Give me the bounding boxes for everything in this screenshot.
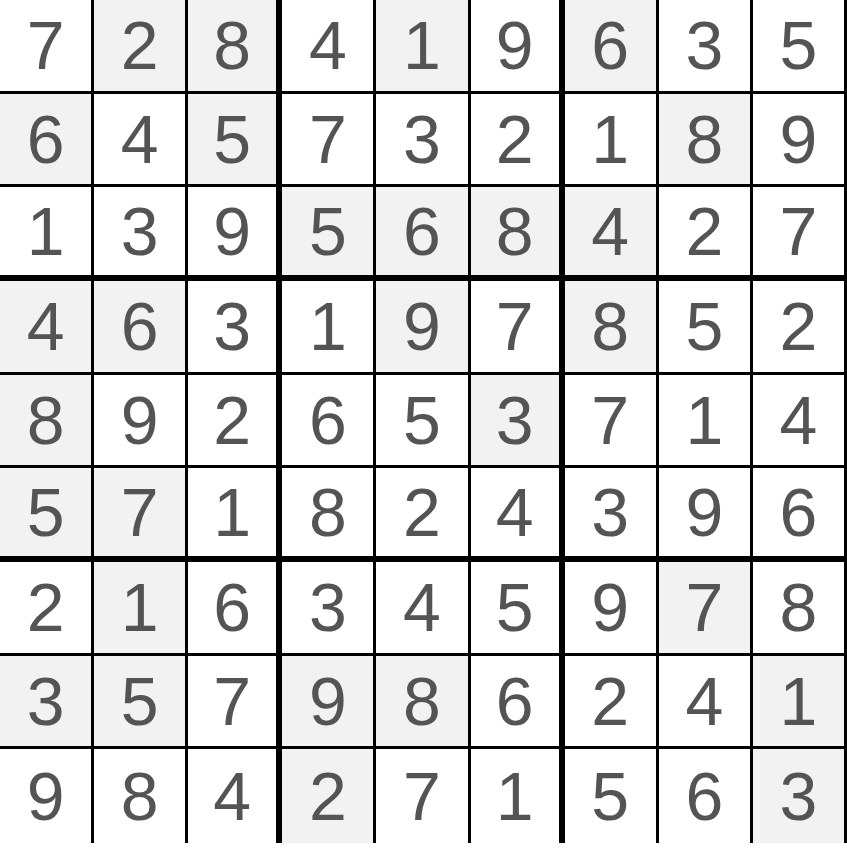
cell-r7c4[interactable]: 3	[282, 562, 376, 656]
cell-r8c2[interactable]: 5	[94, 656, 188, 750]
cell-r7c5[interactable]: 4	[376, 562, 470, 656]
cell-r4c1[interactable]: 4	[0, 281, 94, 375]
cell-r6c1[interactable]: 5	[0, 468, 94, 562]
cell-r5c8[interactable]: 1	[659, 375, 753, 469]
cell-r7c1[interactable]: 2	[0, 562, 94, 656]
cell-r1c5[interactable]: 1	[376, 0, 470, 94]
cell-r8c1[interactable]: 3	[0, 656, 94, 750]
cell-r2c9[interactable]: 9	[753, 94, 847, 188]
cell-r8c6[interactable]: 6	[471, 656, 565, 750]
cell-r3c5[interactable]: 6	[376, 187, 470, 281]
cell-r2c5[interactable]: 3	[376, 94, 470, 188]
cell-r7c9[interactable]: 8	[753, 562, 847, 656]
cell-r5c2[interactable]: 9	[94, 375, 188, 469]
cell-r7c3[interactable]: 6	[188, 562, 282, 656]
cell-r6c4[interactable]: 8	[282, 468, 376, 562]
cell-r2c8[interactable]: 8	[659, 94, 753, 188]
cell-r9c7[interactable]: 5	[565, 749, 659, 843]
cell-r4c3[interactable]: 3	[188, 281, 282, 375]
cell-r3c8[interactable]: 2	[659, 187, 753, 281]
cell-r4c4[interactable]: 1	[282, 281, 376, 375]
cell-r2c3[interactable]: 5	[188, 94, 282, 188]
cell-r2c7[interactable]: 1	[565, 94, 659, 188]
cell-r9c9[interactable]: 3	[753, 749, 847, 843]
cell-r6c7[interactable]: 3	[565, 468, 659, 562]
cell-r3c6[interactable]: 8	[471, 187, 565, 281]
cell-r3c2[interactable]: 3	[94, 187, 188, 281]
cell-r3c4[interactable]: 5	[282, 187, 376, 281]
cell-r4c2[interactable]: 6	[94, 281, 188, 375]
cell-r5c3[interactable]: 2	[188, 375, 282, 469]
cell-r5c9[interactable]: 4	[753, 375, 847, 469]
cell-r8c7[interactable]: 2	[565, 656, 659, 750]
cell-r1c3[interactable]: 8	[188, 0, 282, 94]
cell-r3c9[interactable]: 7	[753, 187, 847, 281]
cell-r4c5[interactable]: 9	[376, 281, 470, 375]
cell-r1c7[interactable]: 6	[565, 0, 659, 94]
cell-r3c3[interactable]: 9	[188, 187, 282, 281]
cell-r8c9[interactable]: 1	[753, 656, 847, 750]
cell-r4c9[interactable]: 2	[753, 281, 847, 375]
cell-r7c6[interactable]: 5	[471, 562, 565, 656]
cell-r4c8[interactable]: 5	[659, 281, 753, 375]
cell-r2c1[interactable]: 6	[0, 94, 94, 188]
cell-r7c8[interactable]: 7	[659, 562, 753, 656]
cell-r6c2[interactable]: 7	[94, 468, 188, 562]
cell-r5c5[interactable]: 5	[376, 375, 470, 469]
cell-r3c1[interactable]: 1	[0, 187, 94, 281]
cell-r5c7[interactable]: 7	[565, 375, 659, 469]
cell-r1c1[interactable]: 7	[0, 0, 94, 94]
cell-r7c7[interactable]: 9	[565, 562, 659, 656]
cell-r4c6[interactable]: 7	[471, 281, 565, 375]
cell-r2c2[interactable]: 4	[94, 94, 188, 188]
cell-r6c6[interactable]: 4	[471, 468, 565, 562]
cell-r2c4[interactable]: 7	[282, 94, 376, 188]
cell-r3c7[interactable]: 4	[565, 187, 659, 281]
cell-r9c2[interactable]: 8	[94, 749, 188, 843]
cell-r8c5[interactable]: 8	[376, 656, 470, 750]
cell-r5c1[interactable]: 8	[0, 375, 94, 469]
cell-r4c7[interactable]: 8	[565, 281, 659, 375]
cell-r9c3[interactable]: 4	[188, 749, 282, 843]
cell-r1c8[interactable]: 3	[659, 0, 753, 94]
cell-r9c4[interactable]: 2	[282, 749, 376, 843]
cell-r6c5[interactable]: 2	[376, 468, 470, 562]
cell-r8c8[interactable]: 4	[659, 656, 753, 750]
cell-r5c4[interactable]: 6	[282, 375, 376, 469]
cell-r9c5[interactable]: 7	[376, 749, 470, 843]
cell-r1c9[interactable]: 5	[753, 0, 847, 94]
cell-r6c9[interactable]: 6	[753, 468, 847, 562]
cell-r1c4[interactable]: 4	[282, 0, 376, 94]
cell-r7c2[interactable]: 1	[94, 562, 188, 656]
cell-r1c2[interactable]: 2	[94, 0, 188, 94]
cell-r8c3[interactable]: 7	[188, 656, 282, 750]
cell-r8c4[interactable]: 9	[282, 656, 376, 750]
cell-r6c3[interactable]: 1	[188, 468, 282, 562]
cell-r2c6[interactable]: 2	[471, 94, 565, 188]
sudoku-board: 7284196356457321891395684274631978528926…	[0, 0, 847, 843]
cell-r9c8[interactable]: 6	[659, 749, 753, 843]
cell-r5c6[interactable]: 3	[471, 375, 565, 469]
cell-r9c1[interactable]: 9	[0, 749, 94, 843]
cell-r1c6[interactable]: 9	[471, 0, 565, 94]
cell-r6c8[interactable]: 9	[659, 468, 753, 562]
cell-r9c6[interactable]: 1	[471, 749, 565, 843]
